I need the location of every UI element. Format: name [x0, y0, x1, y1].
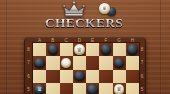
rank-label: 6 — [139, 70, 146, 83]
black-man-piece[interactable] — [74, 71, 85, 82]
rank-label: 5 — [139, 83, 146, 94]
black-man-piece[interactable] — [127, 44, 138, 55]
black-king-piece[interactable]: ♛ — [34, 84, 45, 94]
white-man-piece[interactable] — [61, 58, 72, 69]
square-g7[interactable] — [113, 56, 126, 69]
rank-label: 8 — [139, 43, 146, 56]
black-man-piece[interactable] — [48, 44, 59, 55]
square-b6[interactable] — [46, 70, 59, 83]
king-crown-glyph: ♛ — [77, 47, 82, 53]
square-f8[interactable] — [99, 43, 112, 56]
white-king-piece[interactable]: ♛ — [114, 84, 125, 94]
rank-labels-left: 87654321 — [25, 43, 32, 94]
square-a7[interactable] — [33, 56, 46, 69]
square-f7 — [99, 56, 112, 69]
square-c7[interactable] — [60, 56, 73, 69]
rank-label: 8 — [25, 43, 32, 56]
square-f5 — [99, 83, 112, 94]
king-crown-glyph: ♛ — [37, 86, 42, 92]
rank-label: 5 — [25, 83, 32, 94]
square-d6[interactable] — [73, 70, 86, 83]
black-man-piece[interactable] — [87, 84, 98, 94]
square-d8[interactable]: ♛ — [73, 43, 86, 56]
square-d5 — [73, 83, 86, 94]
square-c8 — [60, 43, 73, 56]
rank-label: 7 — [25, 56, 32, 69]
checkers-board: ABCDEFGH 87654321 87654321 ♛♛♛ — [24, 37, 146, 94]
game-screen: ♛ CHECKERS ABCDEFGH 87654321 87654321 ♛♛… — [0, 0, 170, 94]
board-grid: ♛♛♛ — [33, 43, 139, 94]
square-g8 — [113, 43, 126, 56]
square-b7 — [46, 56, 59, 69]
square-e6 — [86, 70, 99, 83]
king-crown-glyph: ♛ — [102, 6, 106, 11]
square-c5[interactable] — [60, 83, 73, 94]
square-a5[interactable]: ♛ — [33, 83, 46, 94]
square-g6 — [113, 70, 126, 83]
white-king-piece[interactable]: ♛ — [74, 44, 85, 55]
square-e5[interactable] — [86, 83, 99, 94]
square-g5[interactable]: ♛ — [113, 83, 126, 94]
black-man-piece[interactable] — [34, 58, 45, 69]
square-f6[interactable] — [99, 70, 112, 83]
square-a8 — [33, 43, 46, 56]
decor-white-king-piece: ♛ — [99, 3, 110, 14]
rank-label: 7 — [139, 56, 146, 69]
square-e7[interactable] — [86, 56, 99, 69]
square-a6 — [33, 70, 46, 83]
square-c6 — [60, 70, 73, 83]
square-d7 — [73, 56, 86, 69]
square-b8[interactable] — [46, 43, 59, 56]
square-h5 — [126, 83, 139, 94]
game-title: CHECKERS — [0, 15, 168, 31]
rank-label: 6 — [25, 70, 32, 83]
black-man-piece[interactable] — [101, 44, 112, 55]
square-h6[interactable] — [126, 70, 139, 83]
rank-labels-right: 87654321 — [139, 43, 146, 94]
square-b5 — [46, 83, 59, 94]
square-e8 — [86, 43, 99, 56]
king-crown-glyph: ♛ — [116, 86, 121, 92]
square-h7 — [126, 56, 139, 69]
square-h8[interactable] — [126, 43, 139, 56]
black-man-piece[interactable] — [114, 58, 125, 69]
